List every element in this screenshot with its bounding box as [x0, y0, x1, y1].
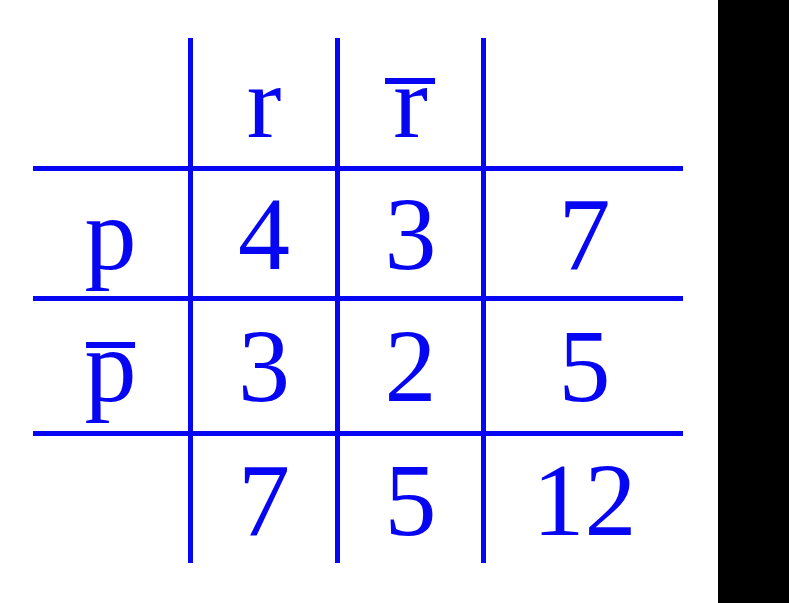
row-header-p-bar: p [33, 301, 193, 436]
overline-bar-icon [386, 78, 436, 84]
row-total-p: 7 [486, 171, 683, 301]
cell-pbar-r: 3 [193, 301, 340, 436]
col-header-r-label: r [247, 50, 282, 154]
page: r r p 4 3 7 p 3 2 [0, 0, 789, 603]
col-total-r: 7 [193, 436, 340, 563]
cell-p-r: 4 [193, 171, 340, 301]
col-header-r: r [193, 38, 340, 171]
cell-p-rbar-value: 3 [385, 182, 437, 286]
header-total-cell-empty [486, 38, 683, 171]
row-total-pbar: 5 [486, 301, 683, 436]
totals-row-label-empty [33, 436, 193, 563]
row-header-p-bar-label: p [85, 308, 137, 423]
row-header-p-label: p [85, 182, 137, 286]
col-total-rbar-value: 5 [385, 448, 437, 552]
right-black-strip [718, 0, 789, 603]
overbar-label: r [393, 50, 428, 154]
grand-total-value: 12 [533, 448, 637, 552]
col-total-r-value: 7 [238, 448, 290, 552]
col-header-r-bar: r [340, 38, 486, 171]
contingency-table: r r p 4 3 7 p 3 2 [33, 38, 683, 563]
row-header-p: p [33, 171, 193, 301]
row-total-pbar-value: 5 [559, 314, 611, 418]
col-total-rbar: 5 [340, 436, 486, 563]
overline-bar-icon [86, 342, 136, 348]
row-total-p-value: 7 [559, 182, 611, 286]
overbar-label: p [85, 314, 137, 418]
cell-pbar-r-value: 3 [238, 314, 290, 418]
cell-pbar-rbar-value: 2 [385, 314, 437, 418]
corner-cell-empty [33, 38, 193, 171]
cell-pbar-rbar: 2 [340, 301, 486, 436]
cell-p-rbar: 3 [340, 171, 486, 301]
col-header-r-bar-label: r [393, 44, 428, 159]
grand-total: 12 [486, 436, 683, 563]
cell-p-r-value: 4 [238, 182, 290, 286]
